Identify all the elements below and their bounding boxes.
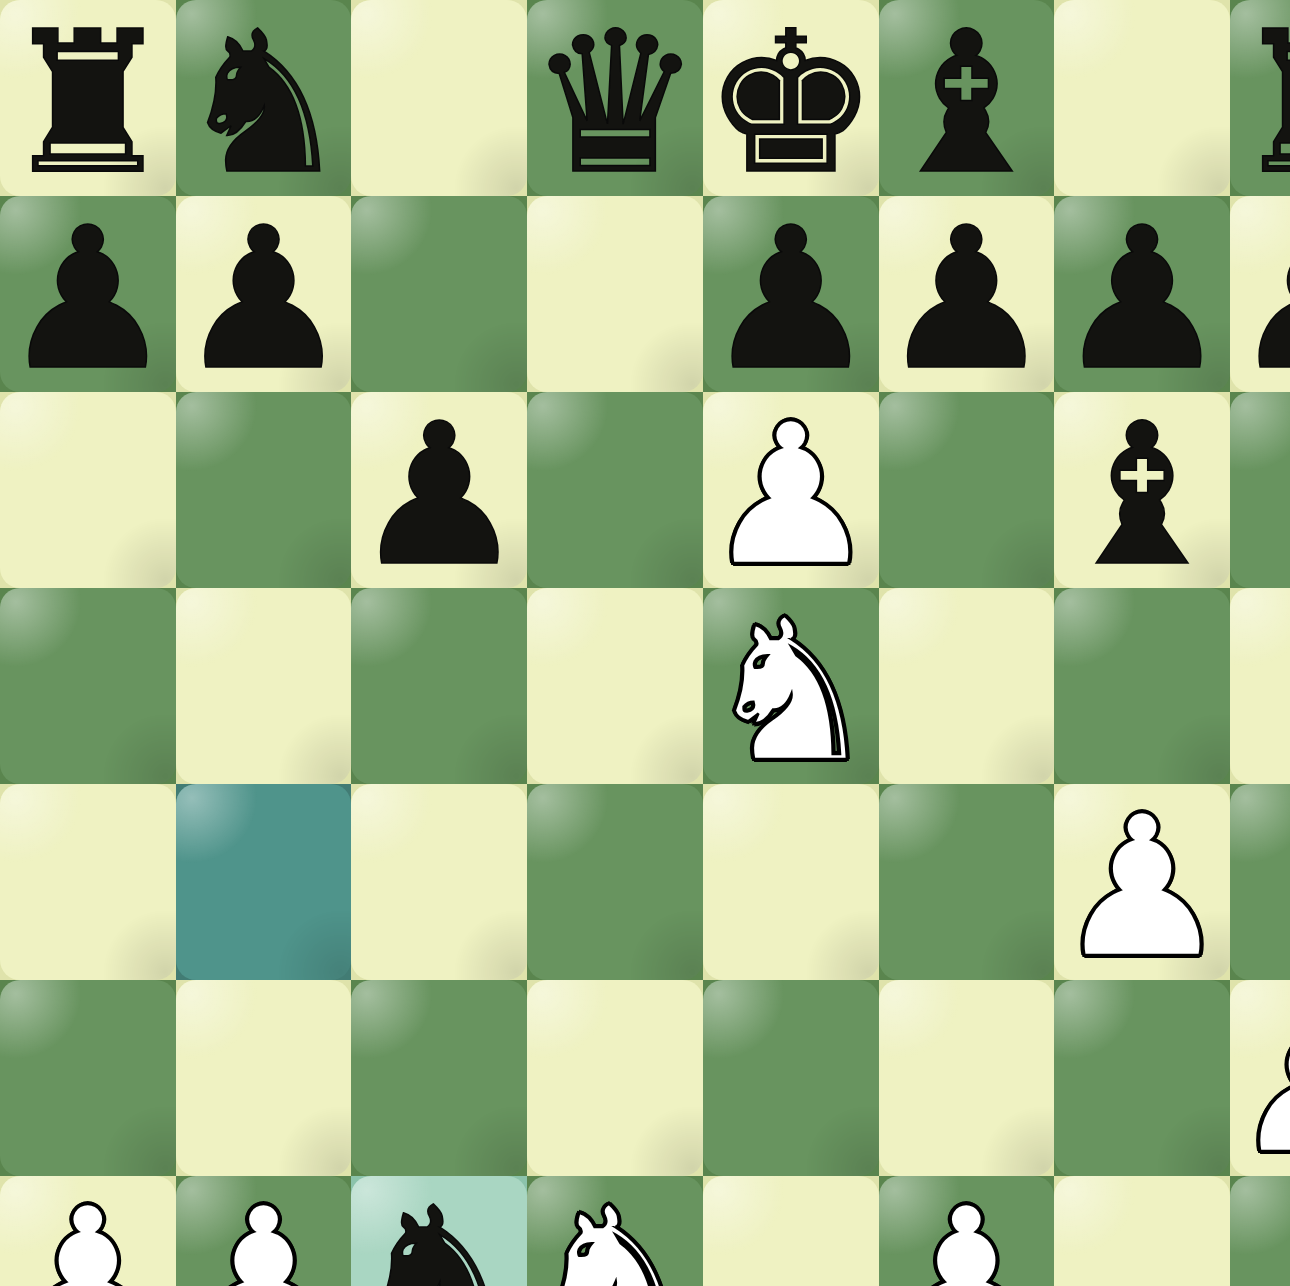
black-queen-d8[interactable]: ♛ xyxy=(527,5,703,201)
square-e3[interactable] xyxy=(703,980,879,1176)
square-d6[interactable] xyxy=(527,392,703,588)
black-knight-c2[interactable]: ♞ xyxy=(351,1181,527,1286)
black-pawn-a7[interactable]: ♟ xyxy=(0,201,176,397)
square-d5[interactable] xyxy=(527,588,703,784)
square-c6[interactable]: ♟ xyxy=(351,392,527,588)
square-e4[interactable] xyxy=(703,784,879,980)
square-c4[interactable] xyxy=(351,784,527,980)
black-king-e8[interactable]: ♚ xyxy=(703,5,879,201)
black-knight-b8[interactable]: ♞ xyxy=(176,5,352,201)
chess-board: ♜♞♛♚♝♜8♟♟♟♟♟♟7♟♟♝6♞5♟4♟3♟♟♞♞♟2♜ab♝c♛d♚e♝… xyxy=(0,0,1290,1286)
square-a4[interactable] xyxy=(0,784,176,980)
square-b7[interactable]: ♟ xyxy=(176,196,352,392)
square-b6[interactable] xyxy=(176,392,352,588)
square-d7[interactable] xyxy=(527,196,703,392)
black-bishop-g6[interactable]: ♝ xyxy=(1054,397,1230,593)
black-pawn-c6[interactable]: ♟ xyxy=(351,397,527,593)
black-pawn-f7[interactable]: ♟ xyxy=(879,201,1055,397)
black-pawn-h7[interactable]: ♟ xyxy=(1230,201,1290,397)
square-a2[interactable]: ♟ xyxy=(0,1176,176,1286)
square-e6[interactable]: ♟ xyxy=(703,392,879,588)
black-rook-h8[interactable]: ♜ xyxy=(1230,5,1290,201)
square-e8[interactable]: ♚ xyxy=(703,0,879,196)
square-a8[interactable]: ♜ xyxy=(0,0,176,196)
square-e7[interactable]: ♟ xyxy=(703,196,879,392)
white-knight-d2[interactable]: ♞ xyxy=(527,1181,703,1286)
white-pawn-e6[interactable]: ♟ xyxy=(703,397,879,593)
square-a5[interactable] xyxy=(0,588,176,784)
white-pawn-g4[interactable]: ♟ xyxy=(1054,789,1230,985)
square-f2[interactable]: ♟ xyxy=(879,1176,1055,1286)
square-f4[interactable] xyxy=(879,784,1055,980)
square-e2[interactable] xyxy=(703,1176,879,1286)
square-f7[interactable]: ♟ xyxy=(879,196,1055,392)
square-h5[interactable]: 5 xyxy=(1230,588,1290,784)
square-g4[interactable]: ♟ xyxy=(1054,784,1230,980)
square-g6[interactable]: ♝ xyxy=(1054,392,1230,588)
square-c5[interactable] xyxy=(351,588,527,784)
square-c8[interactable] xyxy=(351,0,527,196)
square-d4[interactable] xyxy=(527,784,703,980)
square-b2[interactable]: ♟ xyxy=(176,1176,352,1286)
square-h6[interactable]: 6 xyxy=(1230,392,1290,588)
black-pawn-g7[interactable]: ♟ xyxy=(1054,201,1230,397)
square-a7[interactable]: ♟ xyxy=(0,196,176,392)
white-knight-e5[interactable]: ♞ xyxy=(703,593,879,789)
white-pawn-a2[interactable]: ♟ xyxy=(0,1181,176,1286)
square-g2[interactable] xyxy=(1054,1176,1230,1286)
square-h3[interactable]: ♟3 xyxy=(1230,980,1290,1176)
square-f5[interactable] xyxy=(879,588,1055,784)
square-c2[interactable]: ♞ xyxy=(351,1176,527,1286)
square-g7[interactable]: ♟ xyxy=(1054,196,1230,392)
square-h7[interactable]: ♟7 xyxy=(1230,196,1290,392)
square-b8[interactable]: ♞ xyxy=(176,0,352,196)
white-pawn-b2[interactable]: ♟ xyxy=(176,1181,352,1286)
black-rook-a8[interactable]: ♜ xyxy=(0,5,176,201)
square-d3[interactable] xyxy=(527,980,703,1176)
square-e5[interactable]: ♞ xyxy=(703,588,879,784)
square-a6[interactable] xyxy=(0,392,176,588)
square-f3[interactable] xyxy=(879,980,1055,1176)
square-f8[interactable]: ♝ xyxy=(879,0,1055,196)
square-g5[interactable] xyxy=(1054,588,1230,784)
square-h4[interactable]: 4 xyxy=(1230,784,1290,980)
square-h8[interactable]: ♜8 xyxy=(1230,0,1290,196)
square-g3[interactable] xyxy=(1054,980,1230,1176)
black-pawn-b7[interactable]: ♟ xyxy=(176,201,352,397)
white-pawn-h3[interactable]: ♟ xyxy=(1230,985,1290,1181)
square-b5[interactable] xyxy=(176,588,352,784)
square-d8[interactable]: ♛ xyxy=(527,0,703,196)
square-c7[interactable] xyxy=(351,196,527,392)
square-b3[interactable] xyxy=(176,980,352,1176)
black-bishop-f8[interactable]: ♝ xyxy=(879,5,1055,201)
white-pawn-f2[interactable]: ♟ xyxy=(879,1181,1055,1286)
square-f6[interactable] xyxy=(879,392,1055,588)
square-d2[interactable]: ♞ xyxy=(527,1176,703,1286)
black-pawn-e7[interactable]: ♟ xyxy=(703,201,879,397)
square-b4[interactable] xyxy=(176,784,352,980)
square-a3[interactable] xyxy=(0,980,176,1176)
square-c3[interactable] xyxy=(351,980,527,1176)
square-g8[interactable] xyxy=(1054,0,1230,196)
